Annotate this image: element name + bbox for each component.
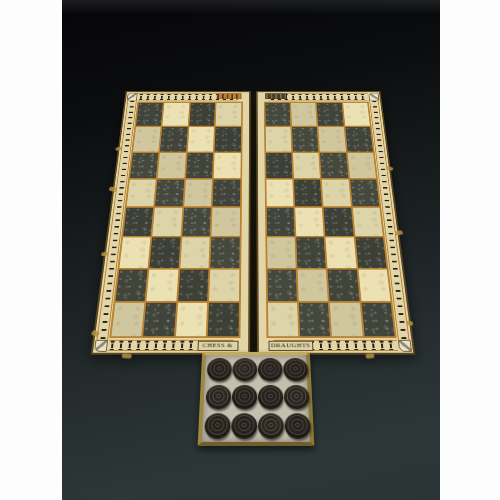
board-square[interactable] <box>178 269 209 301</box>
board-square[interactable] <box>213 179 240 206</box>
board-square[interactable] <box>123 208 153 236</box>
board-square[interactable] <box>296 238 326 268</box>
board-square[interactable] <box>116 269 148 301</box>
pieces-box[interactable] <box>198 352 315 446</box>
board-square[interactable] <box>343 103 370 126</box>
board-square[interactable] <box>144 303 176 337</box>
board-square[interactable] <box>189 103 215 126</box>
board-square[interactable] <box>163 103 189 126</box>
board-square[interactable] <box>299 303 331 337</box>
maker-tag <box>216 93 241 99</box>
board-square[interactable] <box>155 179 184 206</box>
board-square[interactable] <box>111 303 144 337</box>
board-square[interactable] <box>212 208 240 236</box>
board-square[interactable] <box>119 238 150 268</box>
left-white-strip <box>0 0 62 500</box>
board-square[interactable] <box>130 153 159 178</box>
board-label-chess: CHESS & <box>197 341 238 351</box>
draughts-piece[interactable] <box>232 358 257 381</box>
draughts-piece[interactable] <box>232 385 257 409</box>
board-square[interactable] <box>180 238 210 268</box>
pieces-box-interior <box>202 355 310 442</box>
board-square[interactable] <box>209 269 239 301</box>
board-square[interactable] <box>294 179 322 206</box>
board-square[interactable] <box>355 238 386 268</box>
board-square[interactable] <box>214 153 241 178</box>
corner-motif-icon <box>127 93 138 101</box>
draughts-piece[interactable] <box>204 413 230 439</box>
board-square[interactable] <box>265 127 291 151</box>
board-square[interactable] <box>320 153 348 178</box>
worn-edge <box>406 321 413 326</box>
board-square[interactable] <box>188 127 215 151</box>
board-label-draughts: DRAUGHTS <box>268 341 313 351</box>
board-square[interactable] <box>216 103 241 126</box>
board-square[interactable] <box>158 153 186 178</box>
board-square[interactable] <box>353 208 383 236</box>
draughts-piece[interactable] <box>284 413 311 439</box>
board-square[interactable] <box>215 127 241 151</box>
board-square[interactable] <box>345 127 373 151</box>
board-square[interactable] <box>358 269 390 301</box>
draughts-piece[interactable] <box>231 413 257 439</box>
draughts-piece[interactable] <box>284 385 310 409</box>
board-square[interactable] <box>297 269 328 301</box>
board-square[interactable] <box>291 103 317 126</box>
board-square[interactable] <box>182 208 211 236</box>
board-square[interactable] <box>324 208 354 236</box>
board-square[interactable] <box>210 238 239 268</box>
board-square[interactable] <box>150 238 180 268</box>
board-square[interactable] <box>318 127 345 151</box>
board-square[interactable] <box>186 153 213 178</box>
board-square[interactable] <box>153 208 183 236</box>
board-square[interactable] <box>326 238 356 268</box>
board-square[interactable] <box>292 127 319 151</box>
right-white-strip <box>440 0 500 500</box>
draughts-piece[interactable] <box>207 358 232 381</box>
draughts-piece[interactable] <box>205 385 231 409</box>
board-square[interactable] <box>267 269 297 301</box>
board-square[interactable] <box>267 238 296 268</box>
maker-tag <box>265 93 287 99</box>
board-square[interactable] <box>317 103 343 126</box>
board-square[interactable] <box>330 303 362 337</box>
board-square[interactable] <box>265 103 290 126</box>
board-square[interactable] <box>328 269 359 301</box>
corner-motif-icon <box>398 340 412 352</box>
board-square[interactable] <box>127 179 156 206</box>
board-square[interactable] <box>361 303 394 337</box>
draughts-piece[interactable] <box>258 385 283 409</box>
board-square[interactable] <box>208 303 239 337</box>
draughts-piece[interactable] <box>258 358 283 381</box>
draughts-piece[interactable] <box>283 358 308 381</box>
board-square[interactable] <box>322 179 351 206</box>
board-square[interactable] <box>295 208 324 236</box>
corner-motif-icon <box>94 340 108 352</box>
board-square[interactable] <box>266 208 294 236</box>
board-square[interactable] <box>266 153 293 178</box>
game-board: CHESS & DRAUGHTS <box>91 91 416 354</box>
draughts-piece[interactable] <box>258 413 284 439</box>
board-square[interactable] <box>266 179 293 206</box>
board-square[interactable] <box>147 269 178 301</box>
photo-stage: CHESS & DRAUGHTS <box>0 0 500 500</box>
worn-edge <box>121 353 132 359</box>
board-square[interactable] <box>133 127 161 151</box>
board-square[interactable] <box>293 153 320 178</box>
board-square[interactable] <box>347 153 376 178</box>
board-square[interactable] <box>350 179 379 206</box>
board-square[interactable] <box>184 179 212 206</box>
board-square[interactable] <box>176 303 208 337</box>
corner-motif-icon <box>368 93 379 101</box>
board-square[interactable] <box>268 303 299 337</box>
board-square[interactable] <box>160 127 187 151</box>
board-square[interactable] <box>136 103 163 126</box>
